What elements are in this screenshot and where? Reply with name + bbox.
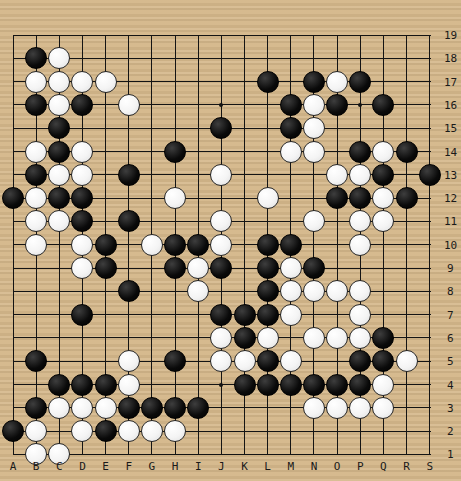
- stone-white: [372, 187, 394, 209]
- stone-white: [280, 304, 302, 326]
- stone-black: [349, 141, 371, 163]
- column-label: R: [403, 461, 410, 472]
- star-point: [219, 383, 223, 387]
- stone-white: [372, 374, 394, 396]
- stone-black: [419, 164, 441, 186]
- stone-white: [48, 210, 70, 232]
- row-label: 2: [447, 426, 454, 437]
- row-label: 18: [444, 53, 457, 64]
- stone-black: [25, 397, 47, 419]
- column-label: P: [357, 461, 364, 472]
- stone-black: [257, 350, 279, 372]
- stone-white: [71, 141, 93, 163]
- stone-white: [349, 327, 371, 349]
- stone-black: [141, 397, 163, 419]
- stone-white: [257, 187, 279, 209]
- stone-black: [48, 374, 70, 396]
- row-label: 10: [444, 239, 457, 250]
- grid-line-horizontal: [13, 454, 431, 455]
- stone-white: [303, 141, 325, 163]
- stone-white: [48, 71, 70, 93]
- stone-black: [118, 280, 140, 302]
- stone-white: [326, 327, 348, 349]
- stone-black: [48, 187, 70, 209]
- row-label: 5: [447, 356, 454, 367]
- column-label: Q: [380, 461, 387, 472]
- stone-white: [234, 350, 256, 372]
- column-label: M: [287, 461, 294, 472]
- stone-black: [164, 257, 186, 279]
- stone-black: [257, 374, 279, 396]
- stone-black: [25, 164, 47, 186]
- stone-white: [280, 280, 302, 302]
- stone-black: [164, 397, 186, 419]
- column-label: L: [264, 461, 271, 472]
- star-point: [219, 103, 223, 107]
- stone-white: [372, 141, 394, 163]
- stone-white: [25, 71, 47, 93]
- row-label: 19: [444, 30, 457, 41]
- stone-black: [25, 350, 47, 372]
- stone-white: [326, 164, 348, 186]
- stone-white: [257, 327, 279, 349]
- stone-white: [303, 327, 325, 349]
- stone-white: [71, 420, 93, 442]
- stone-white: [187, 280, 209, 302]
- grid-line-vertical: [13, 35, 14, 455]
- stone-white: [164, 420, 186, 442]
- stone-black: [372, 350, 394, 372]
- stone-white: [280, 257, 302, 279]
- stone-white: [280, 141, 302, 163]
- column-label: S: [426, 461, 433, 472]
- stone-black: [372, 94, 394, 116]
- stone-white: [303, 117, 325, 139]
- stone-black: [2, 420, 24, 442]
- stone-black: [187, 397, 209, 419]
- stone-white: [48, 164, 70, 186]
- stone-white: [280, 350, 302, 372]
- stone-white: [95, 71, 117, 93]
- stone-white: [118, 350, 140, 372]
- grid-line-horizontal: [13, 35, 431, 36]
- stone-black: [118, 210, 140, 232]
- stone-black: [303, 71, 325, 93]
- stone-white: [48, 397, 70, 419]
- stone-white: [326, 71, 348, 93]
- stone-black: [164, 234, 186, 256]
- stone-black: [396, 141, 418, 163]
- stone-white: [48, 47, 70, 69]
- stone-black: [71, 210, 93, 232]
- column-label: A: [10, 461, 17, 472]
- stone-black: [280, 374, 302, 396]
- grid-line-horizontal: [13, 58, 431, 59]
- column-label: J: [218, 461, 225, 472]
- stone-black: [257, 280, 279, 302]
- stone-white: [396, 350, 418, 372]
- stone-white: [303, 397, 325, 419]
- row-label: 14: [444, 146, 457, 157]
- stone-white: [164, 187, 186, 209]
- stone-white: [71, 71, 93, 93]
- stone-white: [349, 210, 371, 232]
- stone-white: [118, 420, 140, 442]
- column-label: G: [149, 461, 156, 472]
- stone-black: [257, 71, 279, 93]
- column-label: H: [172, 461, 179, 472]
- stone-black: [349, 350, 371, 372]
- row-label: 15: [444, 123, 457, 134]
- stone-black: [349, 71, 371, 93]
- stone-black: [210, 257, 232, 279]
- stone-black: [349, 374, 371, 396]
- stone-black: [210, 304, 232, 326]
- stone-white: [349, 397, 371, 419]
- stone-white: [349, 164, 371, 186]
- row-label: 13: [444, 169, 457, 180]
- stone-white: [118, 94, 140, 116]
- stone-black: [25, 94, 47, 116]
- stone-white: [210, 234, 232, 256]
- column-label: D: [79, 461, 86, 472]
- stone-white: [141, 420, 163, 442]
- stone-black: [396, 187, 418, 209]
- row-label: 16: [444, 99, 457, 110]
- stone-white: [210, 210, 232, 232]
- stone-black: [95, 234, 117, 256]
- stone-white: [25, 234, 47, 256]
- row-label: 12: [444, 193, 457, 204]
- stone-black: [71, 304, 93, 326]
- stone-black: [303, 257, 325, 279]
- stone-white: [349, 304, 371, 326]
- stone-white: [326, 280, 348, 302]
- stone-white: [25, 210, 47, 232]
- row-label: 1: [447, 449, 454, 460]
- row-label: 17: [444, 76, 457, 87]
- stone-black: [234, 304, 256, 326]
- stone-black: [326, 374, 348, 396]
- column-label: C: [56, 461, 63, 472]
- stone-black: [372, 327, 394, 349]
- stone-white: [141, 234, 163, 256]
- stone-black: [95, 257, 117, 279]
- stone-black: [280, 234, 302, 256]
- stone-white: [71, 397, 93, 419]
- stone-white: [71, 234, 93, 256]
- stone-black: [326, 94, 348, 116]
- stone-white: [349, 280, 371, 302]
- stone-black: [118, 164, 140, 186]
- stone-white: [71, 257, 93, 279]
- stone-black: [48, 117, 70, 139]
- stone-black: [48, 141, 70, 163]
- row-label: 6: [447, 332, 454, 343]
- row-label: 8: [447, 286, 454, 297]
- stone-white: [25, 420, 47, 442]
- row-label: 3: [447, 402, 454, 413]
- stone-black: [257, 304, 279, 326]
- stone-black: [25, 47, 47, 69]
- stone-black: [234, 374, 256, 396]
- stone-white: [71, 164, 93, 186]
- stone-black: [234, 327, 256, 349]
- stone-white: [25, 187, 47, 209]
- stone-black: [2, 187, 24, 209]
- stone-white: [25, 141, 47, 163]
- go-board[interactable]: ABCDEFGHIJKLMNOPQRS191817161514131211109…: [0, 0, 461, 481]
- stone-black: [257, 234, 279, 256]
- stone-white: [187, 257, 209, 279]
- grid-line-vertical: [406, 35, 407, 455]
- stone-black: [372, 164, 394, 186]
- stone-white: [118, 374, 140, 396]
- stone-white: [372, 210, 394, 232]
- column-label: F: [125, 461, 132, 472]
- star-point: [358, 103, 362, 107]
- stone-black: [95, 420, 117, 442]
- stone-black: [95, 374, 117, 396]
- stone-black: [280, 117, 302, 139]
- stone-black: [349, 187, 371, 209]
- stone-black: [71, 94, 93, 116]
- stone-black: [303, 374, 325, 396]
- stone-black: [280, 94, 302, 116]
- column-label: O: [334, 461, 341, 472]
- stone-black: [187, 234, 209, 256]
- stone-black: [71, 187, 93, 209]
- stone-white: [303, 210, 325, 232]
- stone-black: [71, 374, 93, 396]
- column-label: I: [195, 461, 202, 472]
- stone-black: [210, 117, 232, 139]
- stone-white: [326, 397, 348, 419]
- row-label: 11: [444, 216, 457, 227]
- stone-black: [118, 397, 140, 419]
- stone-white: [95, 397, 117, 419]
- stone-white: [303, 280, 325, 302]
- stone-white: [48, 94, 70, 116]
- grid-line-vertical: [429, 35, 430, 455]
- row-label: 9: [447, 263, 454, 274]
- stone-white: [349, 234, 371, 256]
- stone-black: [257, 257, 279, 279]
- stone-white: [210, 164, 232, 186]
- column-label: E: [102, 461, 109, 472]
- column-label: N: [311, 461, 318, 472]
- column-label: K: [241, 461, 248, 472]
- stone-white: [210, 350, 232, 372]
- row-label: 7: [447, 309, 454, 320]
- stone-white: [210, 327, 232, 349]
- stone-white: [303, 94, 325, 116]
- stone-black: [164, 350, 186, 372]
- stone-black: [164, 141, 186, 163]
- stone-white: [372, 397, 394, 419]
- column-label: B: [33, 461, 40, 472]
- row-label: 4: [447, 379, 454, 390]
- stone-black: [326, 187, 348, 209]
